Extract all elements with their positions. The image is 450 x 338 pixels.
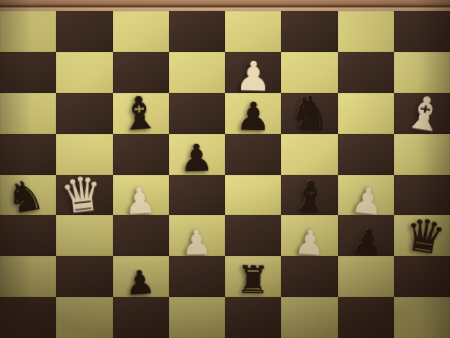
square-c2[interactable]: ♟ [113, 256, 169, 297]
piece-black-queen-h3[interactable]: ♛ [401, 211, 448, 262]
square-e1[interactable] [225, 297, 281, 338]
square-g8[interactable] [338, 11, 394, 52]
piece-black-bishop-c6[interactable]: ♝ [118, 90, 162, 138]
square-a5[interactable] [0, 134, 56, 175]
square-c3[interactable] [113, 215, 169, 256]
piece-white-bishop-h6[interactable]: ♝ [401, 89, 448, 140]
square-e6[interactable]: ♟ [225, 93, 281, 134]
square-b3[interactable] [56, 215, 112, 256]
square-f2[interactable] [281, 256, 337, 297]
piece-black-pawn-d5[interactable]: ♟ [179, 140, 213, 178]
square-a4[interactable]: ♞ [0, 175, 56, 216]
square-a8[interactable] [0, 11, 56, 52]
square-g6[interactable] [338, 93, 394, 134]
piece-black-rook-e2[interactable]: ♜ [236, 262, 271, 300]
square-h8[interactable] [394, 11, 450, 52]
square-g7[interactable] [338, 52, 394, 93]
chessboard-photo: ♟♝♟♞♝♟♞♛♟♝♟♟♟♟♛♟♜ [0, 0, 450, 338]
square-e4[interactable] [225, 175, 281, 216]
square-b2[interactable] [56, 256, 112, 297]
square-g3[interactable]: ♟ [338, 215, 394, 256]
piece-white-pawn-e7[interactable]: ♟ [235, 55, 272, 96]
square-e5[interactable] [225, 134, 281, 175]
square-a6[interactable] [0, 93, 56, 134]
square-a3[interactable] [0, 215, 56, 256]
square-h3[interactable]: ♛ [394, 215, 450, 256]
square-g5[interactable] [338, 134, 394, 175]
square-h5[interactable] [394, 134, 450, 175]
square-d3[interactable]: ♟ [169, 215, 225, 256]
piece-black-knight-f6[interactable]: ♞ [289, 90, 333, 138]
square-c6[interactable]: ♝ [113, 93, 169, 134]
piece-white-pawn-g4[interactable]: ♟ [349, 181, 385, 220]
square-e7[interactable]: ♟ [225, 52, 281, 93]
square-d1[interactable] [169, 297, 225, 338]
square-g1[interactable] [338, 297, 394, 338]
square-c1[interactable] [113, 297, 169, 338]
piece-white-queen-b4[interactable]: ♛ [58, 169, 105, 221]
square-d4[interactable] [169, 175, 225, 216]
square-b7[interactable] [56, 52, 112, 93]
square-e3[interactable] [225, 215, 281, 256]
square-b6[interactable] [56, 93, 112, 134]
square-d5[interactable]: ♟ [169, 134, 225, 175]
square-e2[interactable]: ♜ [225, 256, 281, 297]
piece-black-pawn-e6[interactable]: ♟ [236, 98, 271, 137]
square-h6[interactable]: ♝ [394, 93, 450, 134]
square-f8[interactable] [281, 11, 337, 52]
piece-black-bishop-f4[interactable]: ♝ [290, 175, 330, 219]
square-f5[interactable] [281, 134, 337, 175]
square-d8[interactable] [169, 11, 225, 52]
square-g4[interactable]: ♟ [338, 175, 394, 216]
piece-white-pawn-f3[interactable]: ♟ [294, 224, 327, 260]
square-b8[interactable] [56, 11, 112, 52]
square-c8[interactable] [113, 11, 169, 52]
square-b1[interactable] [56, 297, 112, 338]
square-a2[interactable] [0, 256, 56, 297]
chess-board: ♟♝♟♞♝♟♞♛♟♝♟♟♟♟♛♟♜ [0, 11, 450, 338]
piece-white-pawn-d3[interactable]: ♟ [181, 225, 212, 260]
square-a7[interactable] [0, 52, 56, 93]
piece-black-pawn-c2[interactable]: ♟ [124, 266, 156, 301]
square-g2[interactable] [338, 256, 394, 297]
board-frame-top [0, 0, 450, 11]
square-c5[interactable] [113, 134, 169, 175]
square-a1[interactable] [0, 297, 56, 338]
piece-black-knight-a4[interactable]: ♞ [4, 174, 48, 221]
square-d6[interactable] [169, 93, 225, 134]
square-h1[interactable] [394, 297, 450, 338]
square-f1[interactable] [281, 297, 337, 338]
square-d7[interactable] [169, 52, 225, 93]
square-c4[interactable]: ♟ [113, 175, 169, 216]
piece-white-pawn-c4[interactable]: ♟ [122, 182, 156, 220]
square-b4[interactable]: ♛ [56, 175, 112, 216]
square-d2[interactable] [169, 256, 225, 297]
square-f3[interactable]: ♟ [281, 215, 337, 256]
square-f6[interactable]: ♞ [281, 93, 337, 134]
square-h2[interactable] [394, 256, 450, 297]
square-f4[interactable]: ♝ [281, 175, 337, 216]
square-e8[interactable] [225, 11, 281, 52]
